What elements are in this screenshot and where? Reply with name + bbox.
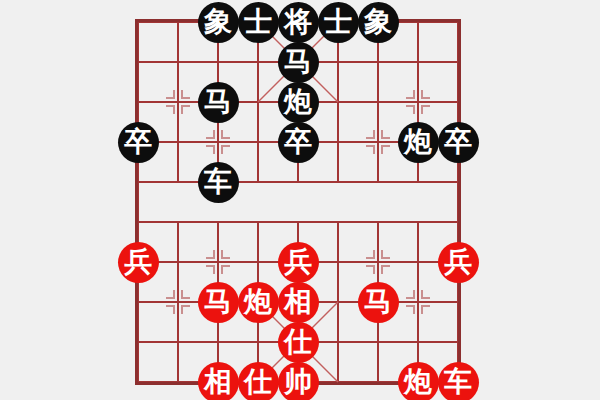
piece-layer: 象士将士象马马炮卒卒炮卒车兵兵兵马炮相马仕相仕帅炮车 bbox=[0, 0, 600, 400]
xiangqi-app: 象士将士象马马炮卒卒炮卒车兵兵兵马炮相马仕相仕帅炮车 bbox=[0, 0, 600, 400]
piece-red-chariot[interactable]: 车 bbox=[438, 362, 479, 400]
piece-black-advisor[interactable]: 士 bbox=[318, 2, 359, 43]
piece-black-elephant[interactable]: 象 bbox=[358, 2, 399, 43]
piece-red-elephant[interactable]: 相 bbox=[198, 362, 239, 400]
piece-black-cannon[interactable]: 炮 bbox=[278, 82, 319, 123]
piece-black-chariot[interactable]: 车 bbox=[198, 162, 239, 203]
piece-red-advisor[interactable]: 仕 bbox=[278, 322, 319, 363]
piece-black-pawn[interactable]: 卒 bbox=[118, 122, 159, 163]
piece-red-pawn[interactable]: 兵 bbox=[118, 242, 159, 283]
piece-red-elephant[interactable]: 相 bbox=[278, 282, 319, 323]
piece-black-horse[interactable]: 马 bbox=[278, 42, 319, 83]
piece-red-pawn[interactable]: 兵 bbox=[278, 242, 319, 283]
piece-red-pawn[interactable]: 兵 bbox=[438, 242, 479, 283]
piece-red-general[interactable]: 帅 bbox=[278, 362, 319, 400]
piece-black-cannon[interactable]: 炮 bbox=[398, 122, 439, 163]
piece-black-horse[interactable]: 马 bbox=[198, 82, 239, 123]
piece-red-advisor[interactable]: 仕 bbox=[238, 362, 279, 400]
piece-black-advisor[interactable]: 士 bbox=[238, 2, 279, 43]
piece-red-cannon[interactable]: 炮 bbox=[398, 362, 439, 400]
piece-black-elephant[interactable]: 象 bbox=[198, 2, 239, 43]
piece-black-pawn[interactable]: 卒 bbox=[278, 122, 319, 163]
piece-red-horse[interactable]: 马 bbox=[198, 282, 239, 323]
piece-red-cannon[interactable]: 炮 bbox=[238, 282, 279, 323]
piece-black-pawn[interactable]: 卒 bbox=[438, 122, 479, 163]
piece-red-horse[interactable]: 马 bbox=[358, 282, 399, 323]
piece-black-general[interactable]: 将 bbox=[278, 2, 319, 43]
